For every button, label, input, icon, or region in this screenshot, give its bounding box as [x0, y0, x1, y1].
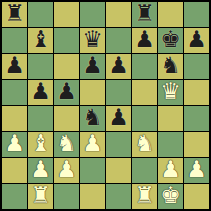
piece-white-pawn[interactable]: ♟: [30, 158, 51, 181]
square-a5[interactable]: [2, 80, 27, 105]
square-e1[interactable]: [106, 184, 131, 209]
square-d5[interactable]: [80, 80, 105, 105]
square-c1[interactable]: [54, 184, 79, 209]
square-g8[interactable]: [158, 2, 183, 27]
piece-white-king[interactable]: ♚: [160, 184, 181, 207]
square-a4[interactable]: [2, 106, 27, 131]
square-c4[interactable]: [54, 106, 79, 131]
piece-white-pawn[interactable]: ♟: [160, 158, 181, 181]
chess-board: ♜♜♝♛♟♚♟♟♟♟♞♟♟♛♞♟♟♝♞♟♞♟♟♟♟♜♜♚: [0, 0, 211, 211]
square-c5[interactable]: ♟: [54, 80, 79, 105]
square-g3[interactable]: [158, 132, 183, 157]
piece-black-king[interactable]: ♚: [160, 28, 181, 51]
square-e2[interactable]: [106, 158, 131, 183]
square-f3[interactable]: ♞: [132, 132, 157, 157]
square-b3[interactable]: ♝: [28, 132, 53, 157]
square-c8[interactable]: [54, 2, 79, 27]
piece-white-pawn[interactable]: ♟: [186, 158, 207, 181]
piece-white-rook[interactable]: ♜: [30, 184, 51, 207]
square-g7[interactable]: ♚: [158, 28, 183, 53]
piece-black-queen[interactable]: ♛: [82, 28, 103, 51]
piece-black-pawn[interactable]: ♟: [82, 54, 103, 77]
piece-white-pawn[interactable]: ♟: [82, 132, 103, 155]
square-c2[interactable]: ♟: [54, 158, 79, 183]
square-g1[interactable]: ♚: [158, 184, 183, 209]
square-f4[interactable]: [132, 106, 157, 131]
square-h3[interactable]: [184, 132, 209, 157]
piece-black-pawn[interactable]: ♟: [4, 54, 25, 77]
square-h2[interactable]: ♟: [184, 158, 209, 183]
square-d7[interactable]: ♛: [80, 28, 105, 53]
square-d4[interactable]: ♞: [80, 106, 105, 131]
piece-black-pawn[interactable]: ♟: [134, 28, 155, 51]
square-e7[interactable]: [106, 28, 131, 53]
square-h5[interactable]: [184, 80, 209, 105]
piece-white-queen[interactable]: ♛: [160, 80, 181, 103]
square-h7[interactable]: ♟: [184, 28, 209, 53]
square-f6[interactable]: [132, 54, 157, 79]
square-e8[interactable]: [106, 2, 131, 27]
square-a2[interactable]: [2, 158, 27, 183]
square-g2[interactable]: ♟: [158, 158, 183, 183]
square-a7[interactable]: [2, 28, 27, 53]
square-b1[interactable]: ♜: [28, 184, 53, 209]
piece-black-knight[interactable]: ♞: [160, 54, 181, 77]
piece-black-rook[interactable]: ♜: [4, 2, 25, 25]
square-f8[interactable]: ♜: [132, 2, 157, 27]
square-a8[interactable]: ♜: [2, 2, 27, 27]
square-a1[interactable]: [2, 184, 27, 209]
piece-black-rook[interactable]: ♜: [134, 2, 155, 25]
square-c6[interactable]: [54, 54, 79, 79]
square-d8[interactable]: [80, 2, 105, 27]
square-e4[interactable]: ♟: [106, 106, 131, 131]
square-g6[interactable]: ♞: [158, 54, 183, 79]
piece-white-pawn[interactable]: ♟: [4, 132, 25, 155]
piece-black-pawn[interactable]: ♟: [108, 54, 129, 77]
piece-black-pawn[interactable]: ♟: [30, 80, 51, 103]
square-b8[interactable]: [28, 2, 53, 27]
square-h1[interactable]: [184, 184, 209, 209]
square-f2[interactable]: [132, 158, 157, 183]
square-b2[interactable]: ♟: [28, 158, 53, 183]
square-a6[interactable]: ♟: [2, 54, 27, 79]
square-c7[interactable]: [54, 28, 79, 53]
piece-black-knight[interactable]: ♞: [82, 106, 103, 129]
piece-white-knight[interactable]: ♞: [134, 132, 155, 155]
piece-black-pawn[interactable]: ♟: [186, 28, 207, 51]
square-f1[interactable]: ♜: [132, 184, 157, 209]
piece-black-bishop[interactable]: ♝: [30, 28, 51, 51]
piece-white-knight[interactable]: ♞: [56, 132, 77, 155]
square-h8[interactable]: [184, 2, 209, 27]
square-e6[interactable]: ♟: [106, 54, 131, 79]
square-g5[interactable]: ♛: [158, 80, 183, 105]
piece-black-pawn[interactable]: ♟: [56, 80, 77, 103]
square-d6[interactable]: ♟: [80, 54, 105, 79]
square-b7[interactable]: ♝: [28, 28, 53, 53]
square-e3[interactable]: [106, 132, 131, 157]
piece-black-pawn[interactable]: ♟: [108, 106, 129, 129]
square-f5[interactable]: [132, 80, 157, 105]
square-e5[interactable]: [106, 80, 131, 105]
square-b5[interactable]: ♟: [28, 80, 53, 105]
square-d3[interactable]: ♟: [80, 132, 105, 157]
square-d2[interactable]: [80, 158, 105, 183]
piece-white-bishop[interactable]: ♝: [30, 132, 51, 155]
square-g4[interactable]: [158, 106, 183, 131]
square-b4[interactable]: [28, 106, 53, 131]
square-f7[interactable]: ♟: [132, 28, 157, 53]
square-a3[interactable]: ♟: [2, 132, 27, 157]
square-h4[interactable]: [184, 106, 209, 131]
square-d1[interactable]: [80, 184, 105, 209]
piece-white-rook[interactable]: ♜: [134, 184, 155, 207]
square-h6[interactable]: [184, 54, 209, 79]
piece-white-pawn[interactable]: ♟: [56, 158, 77, 181]
square-b6[interactable]: [28, 54, 53, 79]
square-c3[interactable]: ♞: [54, 132, 79, 157]
